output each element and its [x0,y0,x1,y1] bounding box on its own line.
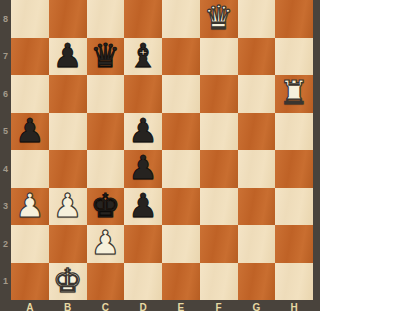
file-labels: ABCDEFGH [11,300,313,311]
square-h5[interactable] [275,113,313,151]
chess-board[interactable]: ♛♟♛♝♜♟♟♟♟♟♚♟♟♚ [11,0,313,300]
white-rook[interactable]: ♜ [275,75,313,113]
square-f2[interactable] [200,225,238,263]
square-b3[interactable]: ♟ [49,188,87,226]
square-e7[interactable] [162,38,200,76]
black-queen[interactable]: ♛ [87,38,125,76]
square-a4[interactable] [11,150,49,188]
square-f3[interactable] [200,188,238,226]
square-h4[interactable] [275,150,313,188]
board-bottom-strip: ABCDEFGH [0,300,320,311]
black-pawn[interactable]: ♟ [124,113,162,151]
square-e1[interactable] [162,263,200,301]
rank-label-2: 2 [0,225,11,263]
square-h2[interactable] [275,225,313,263]
square-e6[interactable] [162,75,200,113]
square-e5[interactable] [162,113,200,151]
black-pawn[interactable]: ♟ [49,38,87,76]
square-e2[interactable] [162,225,200,263]
square-b7[interactable]: ♟ [49,38,87,76]
square-d7[interactable]: ♝ [124,38,162,76]
file-label-c: C [87,300,125,311]
square-c1[interactable] [87,263,125,301]
rank-label-8: 8 [0,0,11,38]
square-c4[interactable] [87,150,125,188]
square-g5[interactable] [238,113,276,151]
black-king[interactable]: ♚ [87,188,125,226]
square-d6[interactable] [124,75,162,113]
square-a1[interactable] [11,263,49,301]
black-pawn[interactable]: ♟ [11,113,49,151]
square-f7[interactable] [200,38,238,76]
square-a3[interactable]: ♟ [11,188,49,226]
rank-label-3: 3 [0,188,11,226]
square-g1[interactable] [238,263,276,301]
square-h3[interactable] [275,188,313,226]
square-f6[interactable] [200,75,238,113]
rank-label-1: 1 [0,263,11,301]
rank-label-6: 6 [0,75,11,113]
file-label-g: G [238,300,276,311]
square-e4[interactable] [162,150,200,188]
square-d4[interactable]: ♟ [124,150,162,188]
square-h6[interactable]: ♜ [275,75,313,113]
square-a2[interactable] [11,225,49,263]
square-f8[interactable]: ♛ [200,0,238,38]
file-label-h: H [275,300,313,311]
square-b2[interactable] [49,225,87,263]
square-a6[interactable] [11,75,49,113]
black-pawn[interactable]: ♟ [124,150,162,188]
square-d3[interactable]: ♟ [124,188,162,226]
square-e3[interactable] [162,188,200,226]
rank-label-7: 7 [0,38,11,76]
square-d1[interactable] [124,263,162,301]
square-g7[interactable] [238,38,276,76]
chess-board-frame: 87654321 ♛♟♛♝♜♟♟♟♟♟♚♟♟♚ ABCDEFGH [0,0,320,311]
file-label-e: E [162,300,200,311]
black-pawn[interactable]: ♟ [124,188,162,226]
rank-label-4: 4 [0,150,11,188]
square-f1[interactable] [200,263,238,301]
square-a7[interactable] [11,38,49,76]
square-d8[interactable] [124,0,162,38]
square-c3[interactable]: ♚ [87,188,125,226]
square-c7[interactable]: ♛ [87,38,125,76]
square-b1[interactable]: ♚ [49,263,87,301]
square-g4[interactable] [238,150,276,188]
file-label-b: B [49,300,87,311]
rank-label-5: 5 [0,113,11,151]
square-g6[interactable] [238,75,276,113]
white-pawn[interactable]: ♟ [11,188,49,226]
file-label-d: D [124,300,162,311]
square-h1[interactable] [275,263,313,301]
square-c6[interactable] [87,75,125,113]
square-a8[interactable] [11,0,49,38]
square-c5[interactable] [87,113,125,151]
square-d2[interactable] [124,225,162,263]
square-g3[interactable] [238,188,276,226]
white-queen[interactable]: ♛ [200,0,238,38]
white-king[interactable]: ♚ [49,263,87,301]
square-d5[interactable]: ♟ [124,113,162,151]
square-b8[interactable] [49,0,87,38]
square-h7[interactable] [275,38,313,76]
screenshot-canvas: 87654321 ♛♟♛♝♜♟♟♟♟♟♚♟♟♚ ABCDEFGH [0,0,414,311]
white-pawn[interactable]: ♟ [87,225,125,263]
file-label-f: F [200,300,238,311]
square-b5[interactable] [49,113,87,151]
square-c8[interactable] [87,0,125,38]
square-e8[interactable] [162,0,200,38]
square-h8[interactable] [275,0,313,38]
square-b6[interactable] [49,75,87,113]
square-c2[interactable]: ♟ [87,225,125,263]
square-f4[interactable] [200,150,238,188]
square-a5[interactable]: ♟ [11,113,49,151]
square-g2[interactable] [238,225,276,263]
file-label-a: A [11,300,49,311]
square-g8[interactable] [238,0,276,38]
black-bishop[interactable]: ♝ [124,38,162,76]
rank-labels: 87654321 [0,0,11,300]
square-b4[interactable] [49,150,87,188]
white-pawn[interactable]: ♟ [49,188,87,226]
square-f5[interactable] [200,113,238,151]
